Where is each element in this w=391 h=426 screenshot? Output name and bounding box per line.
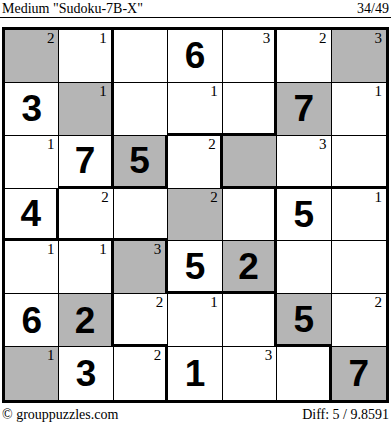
cell-r4c7[interactable]: 1 [332,189,386,242]
given-digit: 6 [168,30,221,82]
given-digit: 1 [168,347,221,400]
pencil-mark: 1 [47,347,55,364]
given-digit: 5 [277,294,330,344]
puzzle-title: Medium "Sudoku-7B-X" [2,1,143,17]
cell-r5c2[interactable]: 1 [59,241,113,294]
cell-r2c4[interactable]: 1 [168,83,222,136]
given-digit: 4 [5,189,56,239]
cell-r1c6[interactable]: 2 [277,30,331,83]
footer: © grouppuzzles.com Diff: 5 / 9.8591 [2,406,389,423]
cell-r4c2[interactable]: 2 [59,189,113,242]
given-digit: 5 [277,189,330,241]
given-digit: 3 [5,83,58,135]
cell-r5c3[interactable]: 3 [114,241,168,294]
pencil-mark: 1 [374,83,382,100]
pencil-mark: 2 [208,136,216,153]
cell-r7c2[interactable]: 3 [59,347,113,400]
pencil-mark: 2 [47,30,55,47]
pencil-mark: 1 [99,83,107,100]
pencil-mark: 2 [156,294,164,311]
cell-r1c5[interactable]: 3 [223,30,277,83]
pencil-mark: 3 [265,347,273,364]
header: Medium "Sudoku-7B-X" 34/49 [0,0,391,18]
given-digit: 7 [277,83,330,135]
pencil-mark: 1 [210,294,218,311]
cell-r4c5[interactable] [223,189,277,242]
pencil-mark: 3 [263,30,271,47]
cell-r3c6[interactable]: 3 [277,136,331,189]
pencil-mark: 2 [154,347,162,364]
cell-r6c2[interactable]: 2 [59,294,113,347]
cell-r6c1[interactable]: 6 [5,294,59,347]
cell-r4c4[interactable]: 2 [168,189,222,242]
cell-r1c7[interactable]: 3 [332,30,386,83]
pencil-mark: 2 [319,30,327,47]
pencil-mark: 1 [210,83,218,100]
cell-r6c4[interactable]: 1 [168,294,222,347]
cell-r2c2[interactable]: 1 [59,83,113,136]
cell-r2c1[interactable]: 3 [5,83,59,136]
cell-r7c6[interactable] [277,347,331,400]
cell-r2c7[interactable]: 1 [332,83,386,136]
cell-r3c7[interactable] [332,136,386,189]
puzzle-counter: 34/49 [357,1,389,17]
given-digit: 5 [114,136,165,186]
cell-r5c4[interactable]: 5 [168,241,222,294]
pencil-mark: 1 [47,241,55,258]
given-digit: 7 [332,347,386,400]
cell-r6c5[interactable] [223,294,277,347]
given-digit: 7 [59,136,110,186]
given-digit: 6 [5,294,58,346]
cell-r4c1[interactable]: 4 [5,189,59,242]
cell-r2c6[interactable]: 7 [277,83,331,136]
pencil-mark: 2 [210,189,218,206]
cell-r7c1[interactable]: 1 [5,347,59,400]
cell-r4c6[interactable]: 5 [277,189,331,242]
cell-r6c3[interactable]: 2 [114,294,168,347]
cell-r3c1[interactable]: 1 [5,136,59,189]
pencil-mark: 1 [99,30,107,47]
pencil-mark: 3 [319,136,327,153]
pencil-mark: 3 [374,30,382,47]
cell-r7c7[interactable]: 7 [332,347,386,400]
cell-r3c4[interactable]: 2 [168,136,222,189]
pencil-mark: 3 [154,241,162,258]
cell-r6c6[interactable]: 5 [277,294,331,347]
copyright-text: © grouppuzzles.com [2,407,118,423]
pencil-mark: 2 [101,189,109,206]
pencil-mark: 1 [374,189,382,206]
pencil-mark: 2 [374,294,382,311]
cell-r5c1[interactable]: 1 [5,241,59,294]
cell-r7c5[interactable]: 3 [223,347,277,400]
cell-r5c7[interactable] [332,241,386,294]
cell-r1c1[interactable]: 2 [5,30,59,83]
cell-r7c3[interactable]: 2 [114,347,168,400]
pencil-mark: 1 [99,241,107,258]
cell-r2c3[interactable] [114,83,168,136]
cell-r5c5[interactable]: 2 [223,241,277,294]
sudoku-board: 21632331171175234225111352622152132137 [2,27,389,403]
given-digit: 3 [59,347,112,400]
cell-r1c2[interactable]: 1 [59,30,113,83]
cell-r1c4[interactable]: 6 [168,30,222,83]
cell-r3c3[interactable]: 5 [114,136,168,189]
cell-r7c4[interactable]: 1 [168,347,222,400]
difficulty-text: Diff: 5 / 9.8591 [302,407,389,423]
cell-r1c3[interactable] [114,30,168,83]
cell-r2c5[interactable] [223,83,277,136]
given-digit: 2 [59,294,110,346]
given-digit: 2 [223,241,274,291]
cell-r5c6[interactable] [277,241,331,294]
cell-r4c3[interactable] [114,189,168,242]
cell-r3c2[interactable]: 7 [59,136,113,189]
pencil-mark: 1 [47,136,55,153]
given-digit: 5 [168,241,221,291]
cell-r3c5[interactable] [223,136,277,189]
cell-r6c7[interactable]: 2 [332,294,386,347]
